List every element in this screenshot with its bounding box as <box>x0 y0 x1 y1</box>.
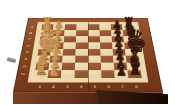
square-e4 <box>75 49 88 56</box>
square-e5 <box>88 49 101 56</box>
square-g4 <box>75 63 88 70</box>
square-e6 <box>100 49 113 56</box>
square-e3 <box>63 49 76 56</box>
file-label-G: G <box>19 63 30 70</box>
square-g3 <box>62 63 75 70</box>
square-h3 <box>61 70 75 78</box>
square-h5 <box>88 70 101 78</box>
square-g6 <box>101 63 114 70</box>
square-h2: ♟ <box>48 70 62 78</box>
square-f3 <box>62 56 75 63</box>
piece-black-rook-h8: ♜ <box>128 62 141 77</box>
square-h4 <box>75 70 88 78</box>
square-h6 <box>101 70 115 78</box>
board-scene: ♜♟♟♜♞♟♟♞♝♟♟♝♛♟♟♛♚♟♟♚♝♟♟♝♞♟♟♞♜♟♟♜ 1234567… <box>0 0 175 105</box>
piece-white-pawn-h2: ♟ <box>48 65 61 77</box>
square-f5 <box>88 56 101 63</box>
file-label-F: F <box>21 56 31 63</box>
piece-black-pawn-h7: ♟ <box>115 65 128 77</box>
file-label-H: H <box>18 70 29 78</box>
chess-board: ♜♟♟♜♞♟♟♞♝♟♟♝♛♟♟♛♚♟♟♚♝♟♟♝♞♟♟♞♜♟♟♜ 1234567… <box>13 18 163 92</box>
file-label-E: E <box>22 49 32 56</box>
square-h1: ♜ <box>34 70 48 78</box>
square-f4 <box>75 56 88 63</box>
square-h8: ♜ <box>127 70 141 78</box>
square-g5 <box>88 63 101 70</box>
chess-set-photo: ♜♟♟♜♞♟♟♞♝♟♟♝♛♟♟♛♚♟♟♚♝♟♟♝♞♟♟♞♜♟♟♜ 1234567… <box>0 0 175 105</box>
square-f6 <box>101 56 114 63</box>
piece-white-rook-h1: ♜ <box>34 62 47 77</box>
square-h7: ♟ <box>114 70 128 78</box>
